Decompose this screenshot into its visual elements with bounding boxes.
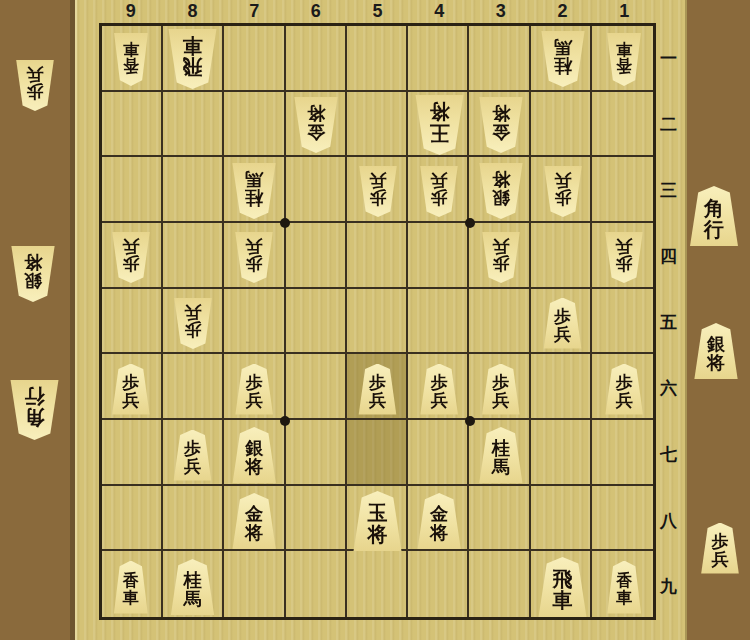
piece-kanji: 歩兵 [431, 374, 448, 409]
piece-kanji: 歩兵 [246, 374, 263, 409]
board-cell-9七[interactable] [102, 420, 163, 486]
file-label-6: 6 [285, 0, 347, 22]
board-cell-8二[interactable] [163, 92, 224, 158]
file-label-1: 1 [593, 0, 655, 22]
piece-kanji: 歩兵 [184, 440, 201, 475]
piece-kanji: 飛車 [183, 36, 203, 77]
piece-sente-silver-in-hand[interactable]: 銀将 [693, 323, 739, 379]
rank-label-2: 二 [655, 91, 682, 157]
board-cell-3九[interactable] [469, 551, 530, 617]
file-label-5: 5 [347, 0, 409, 22]
piece-kanji: 桂馬 [492, 439, 510, 476]
hoshi-dot [280, 218, 290, 228]
board-cell-4九[interactable] [408, 551, 469, 617]
hoshi-dot [465, 218, 475, 228]
board-cell-6八[interactable] [286, 486, 347, 552]
board-cell-9五[interactable] [102, 289, 163, 355]
board-cell-6六[interactable] [286, 354, 347, 420]
board-cell-8四[interactable] [163, 223, 224, 289]
file-label-9: 9 [100, 0, 162, 22]
piece-kanji: 銀将 [707, 335, 725, 372]
board-cell-2七[interactable] [531, 420, 592, 486]
board-cell-8八[interactable] [163, 486, 224, 552]
board-cell-6九[interactable] [286, 551, 347, 617]
board-cell-6七[interactable] [286, 420, 347, 486]
board-cell-5七[interactable] [347, 420, 408, 486]
piece-kanji: 飛車 [553, 569, 573, 610]
piece-kanji: 香車 [123, 40, 139, 73]
file-label-8: 8 [162, 0, 224, 22]
rank-label-9: 九 [655, 553, 682, 619]
rank-label-6: 六 [655, 355, 682, 421]
board-cell-2二[interactable] [531, 92, 592, 158]
file-label-3: 3 [470, 0, 532, 22]
board-cell-9三[interactable] [102, 157, 163, 223]
rank-label-5: 五 [655, 289, 682, 355]
piece-kanji: 歩兵 [554, 171, 571, 206]
piece-kanji: 角行 [24, 387, 44, 428]
board-cell-9二[interactable] [102, 92, 163, 158]
piece-kanji: 歩兵 [122, 374, 139, 409]
rank-label-1: 一 [655, 25, 682, 91]
hoshi-dot [280, 416, 290, 426]
board-cell-3五[interactable] [469, 289, 530, 355]
piece-gote-bishop-in-hand[interactable]: 角行 [9, 380, 60, 440]
board-cell-4四[interactable] [408, 223, 469, 289]
board-cell-5五[interactable] [347, 289, 408, 355]
board-cell-5一[interactable] [347, 26, 408, 92]
piece-kanji: 歩兵 [27, 65, 44, 100]
board-cell-7一[interactable] [224, 26, 285, 92]
file-label-2: 2 [532, 0, 594, 22]
piece-gote-pawn-in-hand[interactable]: 歩兵 [15, 60, 55, 111]
board-cell-8三[interactable] [163, 157, 224, 223]
hoshi-dot [465, 416, 475, 426]
board-cell-4一[interactable] [408, 26, 469, 92]
piece-kanji: 歩兵 [122, 237, 139, 272]
board-cell-7二[interactable] [224, 92, 285, 158]
piece-kanji: 歩兵 [184, 303, 201, 338]
board-cell-9八[interactable] [102, 486, 163, 552]
board-cell-1三[interactable] [592, 157, 653, 223]
piece-kanji: 角行 [704, 198, 724, 239]
board-cell-6一[interactable] [286, 26, 347, 92]
piece-kanji: 桂馬 [245, 170, 263, 207]
board-cell-2四[interactable] [531, 223, 592, 289]
piece-kanji: 歩兵 [554, 308, 571, 343]
board-cell-1七[interactable] [592, 420, 653, 486]
piece-kanji: 桂馬 [184, 571, 202, 608]
board-cell-8六[interactable] [163, 354, 224, 420]
piece-gote-silver-in-hand[interactable]: 銀将 [10, 246, 56, 302]
piece-kanji: 銀将 [245, 439, 263, 476]
file-label-7: 7 [223, 0, 285, 22]
piece-kanji: 金将 [430, 505, 448, 542]
piece-kanji: 歩兵 [492, 374, 509, 409]
board-cell-5九[interactable] [347, 551, 408, 617]
board-cell-6四[interactable] [286, 223, 347, 289]
file-label-4: 4 [408, 0, 470, 22]
piece-kanji: 歩兵 [369, 171, 386, 206]
piece-sente-pawn-in-hand[interactable]: 歩兵 [700, 523, 740, 574]
rank-label-7: 七 [655, 421, 682, 487]
board-cell-7九[interactable] [224, 551, 285, 617]
rank-label-3: 三 [655, 157, 682, 223]
piece-kanji: 桂馬 [554, 38, 572, 75]
board-cell-4五[interactable] [408, 289, 469, 355]
board-cell-4七[interactable] [408, 420, 469, 486]
board-cell-1五[interactable] [592, 289, 653, 355]
rank-label-8: 八 [655, 487, 682, 553]
piece-kanji: 歩兵 [246, 237, 263, 272]
board-cell-1八[interactable] [592, 486, 653, 552]
board-cell-6五[interactable] [286, 289, 347, 355]
piece-kanji: 金将 [245, 505, 263, 542]
board-cell-2六[interactable] [531, 354, 592, 420]
piece-kanji: 歩兵 [369, 374, 386, 409]
board-cell-3八[interactable] [469, 486, 530, 552]
board-cell-2八[interactable] [531, 486, 592, 552]
piece-sente-bishop-in-hand[interactable]: 角行 [689, 186, 740, 246]
piece-kanji: 歩兵 [712, 533, 729, 568]
piece-kanji: 香車 [123, 573, 139, 606]
piece-kanji: 歩兵 [492, 237, 509, 272]
piece-kanji: 銀将 [492, 170, 510, 207]
board-cell-6三[interactable] [286, 157, 347, 223]
rank-label-4: 四 [655, 223, 682, 289]
piece-kanji: 歩兵 [616, 237, 633, 272]
piece-kanji: 歩兵 [616, 374, 633, 409]
piece-kanji: 王将 [429, 102, 449, 143]
board-cell-5二[interactable] [347, 92, 408, 158]
piece-kanji: 香車 [616, 40, 632, 73]
piece-kanji: 玉将 [368, 503, 388, 544]
piece-kanji: 金将 [492, 104, 510, 141]
piece-kanji: 銀将 [24, 253, 42, 290]
board-cell-3一[interactable] [469, 26, 530, 92]
board-cell-1二[interactable] [592, 92, 653, 158]
piece-kanji: 金将 [307, 104, 325, 141]
board-cell-7五[interactable] [224, 289, 285, 355]
board-cell-5四[interactable] [347, 223, 408, 289]
shogi-app: 987654321一二三四五六七八九 香車飛車桂馬香車金将王将金将桂馬歩兵歩兵銀… [0, 0, 750, 640]
piece-kanji: 香車 [616, 573, 632, 606]
piece-kanji: 歩兵 [431, 171, 448, 206]
